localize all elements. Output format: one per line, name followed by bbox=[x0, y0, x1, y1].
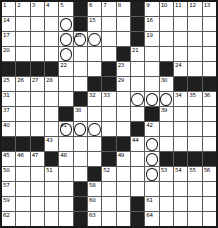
cell-r4c7[interactable] bbox=[88, 47, 101, 61]
cell-r1c1[interactable]: 1 bbox=[2, 2, 15, 16]
cell-r14c2[interactable] bbox=[16, 197, 29, 211]
cell-r11c11[interactable] bbox=[145, 152, 158, 166]
cell-r6c5[interactable] bbox=[59, 77, 72, 91]
cell-r7c7[interactable]: 32 bbox=[88, 92, 101, 106]
cell-r6c1[interactable]: 25 bbox=[2, 77, 15, 91]
cell-r3c5[interactable] bbox=[59, 32, 72, 46]
cell-r4c12[interactable] bbox=[160, 47, 173, 61]
clue-number: 45 bbox=[3, 152, 9, 158]
clue-number: 21 bbox=[132, 47, 138, 53]
clue-number: 28 bbox=[46, 77, 52, 83]
black-cell-r6c14 bbox=[188, 77, 201, 91]
cell-r14c11[interactable]: 61 bbox=[145, 197, 158, 211]
clue-number: 59 bbox=[3, 197, 9, 203]
cell-r2c5[interactable] bbox=[59, 17, 72, 31]
cell-r14c8[interactable] bbox=[102, 197, 115, 211]
cell-r7c1[interactable]: 31 bbox=[2, 92, 15, 106]
cell-r12c6[interactable] bbox=[74, 167, 87, 181]
cell-r7c14[interactable]: 35 bbox=[188, 92, 201, 106]
cell-r2c1[interactable]: 14 bbox=[2, 17, 15, 31]
black-cell-r11c12 bbox=[160, 152, 173, 166]
clue-number: 39 bbox=[161, 107, 167, 113]
clue-number: 50 bbox=[3, 167, 9, 173]
cell-r5c10[interactable] bbox=[131, 62, 144, 76]
cell-r13c15[interactable] bbox=[203, 182, 216, 196]
cell-r8c10[interactable] bbox=[131, 107, 144, 121]
clue-number: 13 bbox=[204, 2, 210, 8]
clue-number: 6 bbox=[89, 2, 92, 8]
clue-number: 41 bbox=[60, 122, 66, 128]
cell-r1c14[interactable]: 12 bbox=[188, 2, 201, 16]
cell-r9c5[interactable]: 41 bbox=[59, 122, 72, 136]
cell-r13c8[interactable] bbox=[102, 182, 115, 196]
cell-r9c15[interactable] bbox=[203, 122, 216, 136]
cell-r3c1[interactable]: 17 bbox=[2, 32, 15, 46]
cell-r13c12[interactable] bbox=[160, 182, 173, 196]
clue-number: 62 bbox=[3, 212, 9, 218]
cell-r14c5[interactable] bbox=[59, 197, 72, 211]
clue-number: 30 bbox=[161, 77, 167, 83]
cell-r8c6[interactable]: 38 bbox=[74, 107, 87, 121]
black-cell-r8c11 bbox=[145, 107, 158, 121]
cell-r2c4[interactable] bbox=[45, 17, 58, 31]
clue-number: 56 bbox=[204, 167, 210, 173]
cell-r15c5[interactable] bbox=[59, 212, 72, 226]
cell-r14c12[interactable] bbox=[160, 197, 173, 211]
cell-r13c3[interactable] bbox=[31, 182, 44, 196]
cell-r11c1[interactable]: 45 bbox=[2, 152, 15, 166]
black-cell-r11c15 bbox=[203, 152, 216, 166]
cell-r8c4[interactable] bbox=[45, 107, 58, 121]
cell-r3c9[interactable] bbox=[117, 32, 130, 46]
cell-r2c7[interactable]: 15 bbox=[88, 17, 101, 31]
cell-r7c4[interactable] bbox=[45, 92, 58, 106]
cell-r2c2[interactable] bbox=[16, 17, 29, 31]
cell-r7c11[interactable] bbox=[145, 92, 158, 106]
cell-r1c4[interactable]: 4 bbox=[45, 2, 58, 16]
cell-r9c3[interactable] bbox=[31, 122, 44, 136]
cell-r2c3[interactable] bbox=[31, 17, 44, 31]
cell-r2c15[interactable] bbox=[203, 17, 216, 31]
cell-r10c13[interactable] bbox=[174, 137, 187, 151]
clue-number: 64 bbox=[146, 212, 152, 218]
cell-r12c4[interactable]: 51 bbox=[45, 167, 58, 181]
cell-r1c2[interactable]: 2 bbox=[16, 2, 29, 16]
cell-r8c3[interactable] bbox=[31, 107, 44, 121]
cell-r14c15[interactable] bbox=[203, 197, 216, 211]
cell-r15c13[interactable] bbox=[174, 212, 187, 226]
cell-r3c6[interactable]: 18 bbox=[74, 32, 87, 46]
clue-number: 27 bbox=[32, 77, 38, 83]
black-cell-r11c14 bbox=[188, 152, 201, 166]
black-cell-r1c6 bbox=[74, 2, 87, 16]
cell-r12c5[interactable] bbox=[59, 167, 72, 181]
cell-r2c8[interactable] bbox=[102, 17, 115, 31]
cell-r12c15[interactable]: 56 bbox=[203, 167, 216, 181]
circle-mark bbox=[60, 18, 72, 31]
cell-r15c3[interactable] bbox=[31, 212, 44, 226]
cell-r6c10[interactable] bbox=[131, 77, 144, 91]
cell-r10c15[interactable] bbox=[203, 137, 216, 151]
clue-number: 3 bbox=[32, 2, 35, 8]
black-cell-r6c8 bbox=[102, 77, 115, 91]
black-cell-r5c4 bbox=[45, 62, 58, 76]
circle-mark bbox=[60, 33, 72, 46]
cell-r2c11[interactable]: 16 bbox=[145, 17, 158, 31]
clue-number: 43 bbox=[46, 137, 52, 143]
black-cell-r14c6 bbox=[74, 197, 87, 211]
cell-r11c6[interactable] bbox=[74, 152, 87, 166]
cell-r9c12[interactable] bbox=[160, 122, 173, 136]
cell-r1c9[interactable]: 8 bbox=[117, 2, 130, 16]
black-cell-r6c13 bbox=[174, 77, 187, 91]
clue-number: 4 bbox=[46, 2, 49, 8]
cell-r3c3[interactable] bbox=[31, 32, 44, 46]
cell-r2c14[interactable] bbox=[188, 17, 201, 31]
black-cell-r2c10 bbox=[131, 17, 144, 31]
cell-r3c2[interactable] bbox=[16, 32, 29, 46]
cell-r1c7[interactable]: 6 bbox=[88, 2, 101, 16]
cell-r4c1[interactable]: 20 bbox=[2, 47, 15, 61]
clue-number: 9 bbox=[146, 2, 149, 8]
cell-r10c4[interactable]: 43 bbox=[45, 137, 58, 151]
cell-r9c4[interactable] bbox=[45, 122, 58, 136]
clue-number: 1 bbox=[3, 2, 6, 8]
clue-number: 47 bbox=[32, 152, 38, 158]
cell-r13c10[interactable] bbox=[131, 182, 144, 196]
cell-r11c7[interactable] bbox=[88, 152, 101, 166]
cell-r10c10[interactable]: 44 bbox=[131, 137, 144, 151]
cell-r7c10[interactable] bbox=[131, 92, 144, 106]
cell-r12c13[interactable]: 54 bbox=[174, 167, 187, 181]
circle-mark bbox=[88, 33, 100, 46]
cell-r11c9[interactable]: 49 bbox=[117, 152, 130, 166]
cell-r6c9[interactable]: 29 bbox=[117, 77, 130, 91]
circle-mark bbox=[131, 93, 143, 106]
clue-number: 44 bbox=[132, 137, 138, 143]
crossword-grid: 1234567891011121314151617181920212223242… bbox=[0, 0, 218, 228]
black-cell-r2c6 bbox=[74, 17, 87, 31]
cell-r13c13[interactable] bbox=[174, 182, 187, 196]
cell-r8c7[interactable] bbox=[88, 107, 101, 121]
cell-r12c3[interactable] bbox=[31, 167, 44, 181]
cell-r4c6[interactable] bbox=[74, 47, 87, 61]
cell-r1c5[interactable]: 5 bbox=[59, 2, 72, 16]
cell-r7c13[interactable]: 34 bbox=[174, 92, 187, 106]
cell-r13c1[interactable]: 57 bbox=[2, 182, 15, 196]
cell-r8c9[interactable] bbox=[117, 107, 130, 121]
cell-r1c13[interactable]: 11 bbox=[174, 2, 187, 16]
cell-r9c2[interactable] bbox=[16, 122, 29, 136]
clue-number: 38 bbox=[75, 107, 81, 113]
clue-number: 16 bbox=[146, 17, 152, 23]
cell-r3c8[interactable] bbox=[102, 32, 115, 46]
cell-r15c9[interactable] bbox=[117, 212, 130, 226]
cell-r7c5[interactable] bbox=[59, 92, 72, 106]
clue-number: 14 bbox=[3, 17, 9, 23]
cell-r4c5[interactable] bbox=[59, 47, 72, 61]
cell-r9c13[interactable] bbox=[174, 122, 187, 136]
black-cell-r15c6 bbox=[74, 212, 87, 226]
cell-r10c6[interactable] bbox=[74, 137, 87, 151]
cell-r15c1[interactable]: 62 bbox=[2, 212, 15, 226]
cell-r7c12[interactable] bbox=[160, 92, 173, 106]
circle-mark bbox=[146, 168, 158, 181]
cell-r15c11[interactable]: 64 bbox=[145, 212, 158, 226]
black-cell-r14c10 bbox=[131, 197, 144, 211]
cell-r14c3[interactable] bbox=[31, 197, 44, 211]
cell-r2c9[interactable] bbox=[117, 17, 130, 31]
cell-r3c14[interactable] bbox=[188, 32, 201, 46]
cell-r3c15[interactable] bbox=[203, 32, 216, 46]
cell-r12c9[interactable] bbox=[117, 167, 130, 181]
clue-number: 37 bbox=[3, 107, 9, 113]
cell-r5c15[interactable] bbox=[203, 62, 216, 76]
cell-r7c2[interactable] bbox=[16, 92, 29, 106]
circle-mark bbox=[160, 93, 172, 106]
cell-r6c4[interactable]: 28 bbox=[45, 77, 58, 91]
black-cell-r3c10 bbox=[131, 32, 144, 46]
cell-r8c8[interactable] bbox=[102, 107, 115, 121]
black-cell-r4c9 bbox=[117, 47, 130, 61]
circle-mark bbox=[146, 153, 158, 166]
clue-number: 36 bbox=[204, 92, 210, 98]
cell-r1c12[interactable]: 10 bbox=[160, 2, 173, 16]
cell-r5c6[interactable] bbox=[74, 62, 87, 76]
clue-number: 17 bbox=[3, 32, 9, 38]
black-cell-r5c12 bbox=[160, 62, 173, 76]
clue-number: 52 bbox=[103, 167, 109, 173]
cell-r8c14[interactable] bbox=[188, 107, 201, 121]
cell-r8c1[interactable]: 37 bbox=[2, 107, 15, 121]
black-cell-r10c9 bbox=[117, 137, 130, 151]
cell-r6c2[interactable]: 26 bbox=[16, 77, 29, 91]
cell-r10c5[interactable] bbox=[59, 137, 72, 151]
cell-r4c8[interactable] bbox=[102, 47, 115, 61]
cell-r4c3[interactable] bbox=[31, 47, 44, 61]
cell-r5c7[interactable] bbox=[88, 62, 101, 76]
clue-number: 2 bbox=[17, 2, 20, 8]
cell-r15c14[interactable] bbox=[188, 212, 201, 226]
cell-r2c13[interactable] bbox=[174, 17, 187, 31]
cell-r11c10[interactable] bbox=[131, 152, 144, 166]
clue-number: 29 bbox=[118, 77, 124, 83]
black-cell-r5c8 bbox=[102, 62, 115, 76]
cell-r15c12[interactable] bbox=[160, 212, 173, 226]
black-cell-r5c2 bbox=[16, 62, 29, 76]
black-cell-r6c7 bbox=[88, 77, 101, 91]
cell-r14c13[interactable] bbox=[174, 197, 187, 211]
clue-number: 25 bbox=[3, 77, 9, 83]
clue-number: 57 bbox=[3, 182, 9, 188]
clue-number: 54 bbox=[175, 167, 181, 173]
cell-r8c15[interactable] bbox=[203, 107, 216, 121]
cell-r9c6[interactable] bbox=[74, 122, 87, 136]
clue-number: 49 bbox=[118, 152, 124, 158]
cell-r12c1[interactable]: 50 bbox=[2, 167, 15, 181]
circle-mark bbox=[60, 48, 72, 61]
black-cell-r6c15 bbox=[203, 77, 216, 91]
cell-r3c12[interactable] bbox=[160, 32, 173, 46]
cell-r13c4[interactable] bbox=[45, 182, 58, 196]
cell-r3c13[interactable] bbox=[174, 32, 187, 46]
cell-r14c9[interactable] bbox=[117, 197, 130, 211]
cell-r13c5[interactable] bbox=[59, 182, 72, 196]
cell-r4c10[interactable]: 21 bbox=[131, 47, 144, 61]
black-cell-r11c4 bbox=[45, 152, 58, 166]
cell-r9c11[interactable]: 42 bbox=[145, 122, 158, 136]
cell-r13c9[interactable] bbox=[117, 182, 130, 196]
cell-r9c9[interactable] bbox=[117, 122, 130, 136]
clue-number: 40 bbox=[3, 122, 9, 128]
cell-r4c13[interactable] bbox=[174, 47, 187, 61]
cell-r7c8[interactable]: 33 bbox=[102, 92, 115, 106]
cell-r12c11[interactable] bbox=[145, 167, 158, 181]
black-cell-r10c1 bbox=[2, 137, 15, 151]
cell-r8c2[interactable] bbox=[16, 107, 29, 121]
cell-r10c7[interactable] bbox=[88, 137, 101, 151]
clue-number: 55 bbox=[189, 167, 195, 173]
clue-number: 11 bbox=[175, 2, 181, 8]
clue-number: 5 bbox=[60, 2, 63, 8]
cell-r6c6[interactable] bbox=[74, 77, 87, 91]
clue-number: 26 bbox=[17, 77, 23, 83]
cell-r9c14[interactable] bbox=[188, 122, 201, 136]
cell-r10c14[interactable] bbox=[188, 137, 201, 151]
cell-r9c8[interactable] bbox=[102, 122, 115, 136]
clue-number: 20 bbox=[3, 47, 9, 53]
black-cell-r10c2 bbox=[16, 137, 29, 151]
black-cell-r1c10 bbox=[131, 2, 144, 16]
cell-r3c11[interactable]: 19 bbox=[145, 32, 158, 46]
clue-number: 33 bbox=[103, 92, 109, 98]
cell-r1c15[interactable]: 13 bbox=[203, 2, 216, 16]
clue-number: 32 bbox=[89, 92, 95, 98]
clue-number: 19 bbox=[146, 32, 152, 38]
cell-r10c12[interactable] bbox=[160, 137, 173, 151]
cell-r5c14[interactable] bbox=[188, 62, 201, 76]
cell-r4c2[interactable] bbox=[16, 47, 29, 61]
clue-number: 24 bbox=[175, 62, 181, 68]
clue-number: 58 bbox=[89, 182, 95, 188]
clue-number: 8 bbox=[118, 2, 121, 8]
clue-number: 23 bbox=[118, 62, 124, 68]
cell-r7c3[interactable] bbox=[31, 92, 44, 106]
cell-r15c15[interactable] bbox=[203, 212, 216, 226]
cell-r12c14[interactable]: 55 bbox=[188, 167, 201, 181]
cell-r5c9[interactable]: 23 bbox=[117, 62, 130, 76]
cell-r8c13[interactable] bbox=[174, 107, 187, 121]
clue-number: 60 bbox=[89, 197, 95, 203]
cell-r6c11[interactable] bbox=[145, 77, 158, 91]
cell-r14c1[interactable]: 59 bbox=[2, 197, 15, 211]
circle-mark bbox=[146, 93, 158, 106]
clue-number: 12 bbox=[189, 2, 195, 8]
cell-r7c9[interactable] bbox=[117, 92, 130, 106]
black-cell-r12c7 bbox=[88, 167, 101, 181]
clue-number: 7 bbox=[103, 2, 106, 8]
cell-r1c3[interactable]: 3 bbox=[31, 2, 44, 16]
cell-r5c5[interactable]: 22 bbox=[59, 62, 72, 76]
cell-r13c7[interactable]: 58 bbox=[88, 182, 101, 196]
cell-r12c12[interactable]: 53 bbox=[160, 167, 173, 181]
clue-number: 31 bbox=[3, 92, 9, 98]
cell-r5c11[interactable] bbox=[145, 62, 158, 76]
cell-r1c11[interactable]: 9 bbox=[145, 2, 158, 16]
clue-number: 46 bbox=[17, 152, 23, 158]
cell-r11c5[interactable]: 48 bbox=[59, 152, 72, 166]
cell-r6c12[interactable]: 30 bbox=[160, 77, 173, 91]
cell-r5c13[interactable]: 24 bbox=[174, 62, 187, 76]
circle-mark bbox=[88, 123, 100, 136]
clue-number: 61 bbox=[146, 197, 152, 203]
black-cell-r11c8 bbox=[102, 152, 115, 166]
black-cell-r11c13 bbox=[174, 152, 187, 166]
cell-r12c8[interactable]: 52 bbox=[102, 167, 115, 181]
black-cell-r7c6 bbox=[74, 92, 87, 106]
cell-r2c12[interactable] bbox=[160, 17, 173, 31]
cell-r13c14[interactable] bbox=[188, 182, 201, 196]
cell-r8c12[interactable]: 39 bbox=[160, 107, 173, 121]
black-cell-r9c10 bbox=[131, 122, 144, 136]
cell-r15c7[interactable]: 63 bbox=[88, 212, 101, 226]
black-cell-r5c3 bbox=[31, 62, 44, 76]
cell-r10c11[interactable] bbox=[145, 137, 158, 151]
cell-r13c11[interactable] bbox=[145, 182, 158, 196]
cell-r15c8[interactable] bbox=[102, 212, 115, 226]
black-cell-r8c5 bbox=[59, 107, 72, 121]
cell-r13c2[interactable] bbox=[16, 182, 29, 196]
clue-number: 48 bbox=[60, 152, 66, 158]
cell-r15c4[interactable] bbox=[45, 212, 58, 226]
cell-r11c3[interactable]: 47 bbox=[31, 152, 44, 166]
clue-number: 35 bbox=[189, 92, 195, 98]
black-cell-r10c8 bbox=[102, 137, 115, 151]
cell-r11c2[interactable]: 46 bbox=[16, 152, 29, 166]
cell-r9c1[interactable]: 40 bbox=[2, 122, 15, 136]
cell-r4c11[interactable] bbox=[145, 47, 158, 61]
clue-number: 51 bbox=[46, 167, 52, 173]
black-cell-r5c1 bbox=[2, 62, 15, 76]
circle-mark bbox=[74, 123, 86, 136]
black-cell-r15c10 bbox=[131, 212, 144, 226]
cell-r4c15[interactable] bbox=[203, 47, 216, 61]
cell-r3c4[interactable] bbox=[45, 32, 58, 46]
cell-r9c7[interactable] bbox=[88, 122, 101, 136]
clue-number: 18 bbox=[75, 32, 81, 38]
cell-r4c4[interactable] bbox=[45, 47, 58, 61]
cell-r14c7[interactable]: 60 bbox=[88, 197, 101, 211]
black-cell-r13c6 bbox=[74, 182, 87, 196]
cell-r12c10[interactable] bbox=[131, 167, 144, 181]
clue-number: 53 bbox=[161, 167, 167, 173]
clue-number: 15 bbox=[89, 17, 95, 23]
cell-r4c14[interactable] bbox=[188, 47, 201, 61]
cell-r14c14[interactable] bbox=[188, 197, 201, 211]
cell-r1c8[interactable]: 7 bbox=[102, 2, 115, 16]
clue-number: 42 bbox=[146, 122, 152, 128]
cell-r14c4[interactable] bbox=[45, 197, 58, 211]
cell-r7c15[interactable]: 36 bbox=[203, 92, 216, 106]
clue-number: 34 bbox=[175, 92, 181, 98]
circle-mark bbox=[146, 138, 158, 151]
cell-r6c3[interactable]: 27 bbox=[31, 77, 44, 91]
black-cell-r10c3 bbox=[31, 137, 44, 151]
cell-r3c7[interactable] bbox=[88, 32, 101, 46]
cell-r12c2[interactable] bbox=[16, 167, 29, 181]
cell-r15c2[interactable] bbox=[16, 212, 29, 226]
clue-number: 22 bbox=[60, 62, 66, 68]
